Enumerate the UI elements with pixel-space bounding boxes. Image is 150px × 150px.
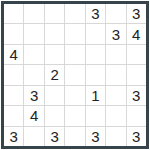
cell-r5c4[interactable] <box>65 86 84 105</box>
cell-r1c3[interactable] <box>45 4 64 23</box>
clue-number: 4 <box>132 27 140 42</box>
cell-r3c5[interactable] <box>86 45 105 64</box>
cell-r6c5[interactable] <box>86 106 105 125</box>
clue-number: 4 <box>10 47 18 62</box>
cell-r7c4[interactable] <box>65 127 84 146</box>
clue-number: 1 <box>91 88 99 103</box>
cell-r7c2[interactable] <box>24 127 43 146</box>
cell-r4c4[interactable] <box>65 65 84 84</box>
cell-r6c1[interactable] <box>4 106 23 125</box>
clue-number: 3 <box>132 129 140 144</box>
cell-r7c1: 3 <box>4 127 23 146</box>
clue-number: 3 <box>112 27 120 42</box>
clue-number: 2 <box>50 67 58 82</box>
cell-r5c1[interactable] <box>4 86 23 105</box>
cell-r4c5[interactable] <box>86 65 105 84</box>
clue-number: 3 <box>132 88 140 103</box>
cell-r3c6[interactable] <box>106 45 125 64</box>
cell-r6c3[interactable] <box>45 106 64 125</box>
cell-r3c2[interactable] <box>24 45 43 64</box>
cell-r6c6[interactable] <box>106 106 125 125</box>
cell-r1c7: 3 <box>127 4 146 23</box>
cell-r2c6: 3 <box>106 24 125 43</box>
cell-r6c2: 4 <box>24 106 43 125</box>
cell-r2c4[interactable] <box>65 24 84 43</box>
cell-r4c7[interactable] <box>127 65 146 84</box>
cell-r5c6[interactable] <box>106 86 125 105</box>
cell-r2c2[interactable] <box>24 24 43 43</box>
clue-number: 4 <box>30 108 38 123</box>
cell-r2c3[interactable] <box>45 24 64 43</box>
cell-r3c7[interactable] <box>127 45 146 64</box>
cell-r7c7: 3 <box>127 127 146 146</box>
cell-r5c5: 1 <box>86 86 105 105</box>
cell-r3c3[interactable] <box>45 45 64 64</box>
cell-r3c4[interactable] <box>65 45 84 64</box>
cell-r6c4[interactable] <box>65 106 84 125</box>
cell-r4c2[interactable] <box>24 65 43 84</box>
cell-r5c2: 3 <box>24 86 43 105</box>
cell-r1c4[interactable] <box>65 4 84 23</box>
cell-r2c1[interactable] <box>4 24 23 43</box>
cell-r4c1[interactable] <box>4 65 23 84</box>
cell-r3c1: 4 <box>4 45 23 64</box>
cell-r7c5: 3 <box>86 127 105 146</box>
cell-r7c3: 3 <box>45 127 64 146</box>
clue-number: 3 <box>91 6 99 21</box>
cell-r1c6[interactable] <box>106 4 125 23</box>
cell-r7c6[interactable] <box>106 127 125 146</box>
cell-r6c7[interactable] <box>127 106 146 125</box>
clue-number: 3 <box>30 88 38 103</box>
clue-number: 3 <box>10 129 18 144</box>
cell-r5c7: 3 <box>127 86 146 105</box>
cell-r1c2[interactable] <box>24 4 43 23</box>
cell-r2c5[interactable] <box>86 24 105 43</box>
cell-r5c3[interactable] <box>45 86 64 105</box>
clue-number: 3 <box>50 129 58 144</box>
minesweeper-board: 33344231343333 <box>1 1 149 149</box>
cell-r2c7: 4 <box>127 24 146 43</box>
cell-r4c3: 2 <box>45 65 64 84</box>
clue-number: 3 <box>91 129 99 144</box>
cell-r1c1[interactable] <box>4 4 23 23</box>
clue-number: 3 <box>132 6 140 21</box>
cell-r1c5: 3 <box>86 4 105 23</box>
cell-r4c6[interactable] <box>106 65 125 84</box>
